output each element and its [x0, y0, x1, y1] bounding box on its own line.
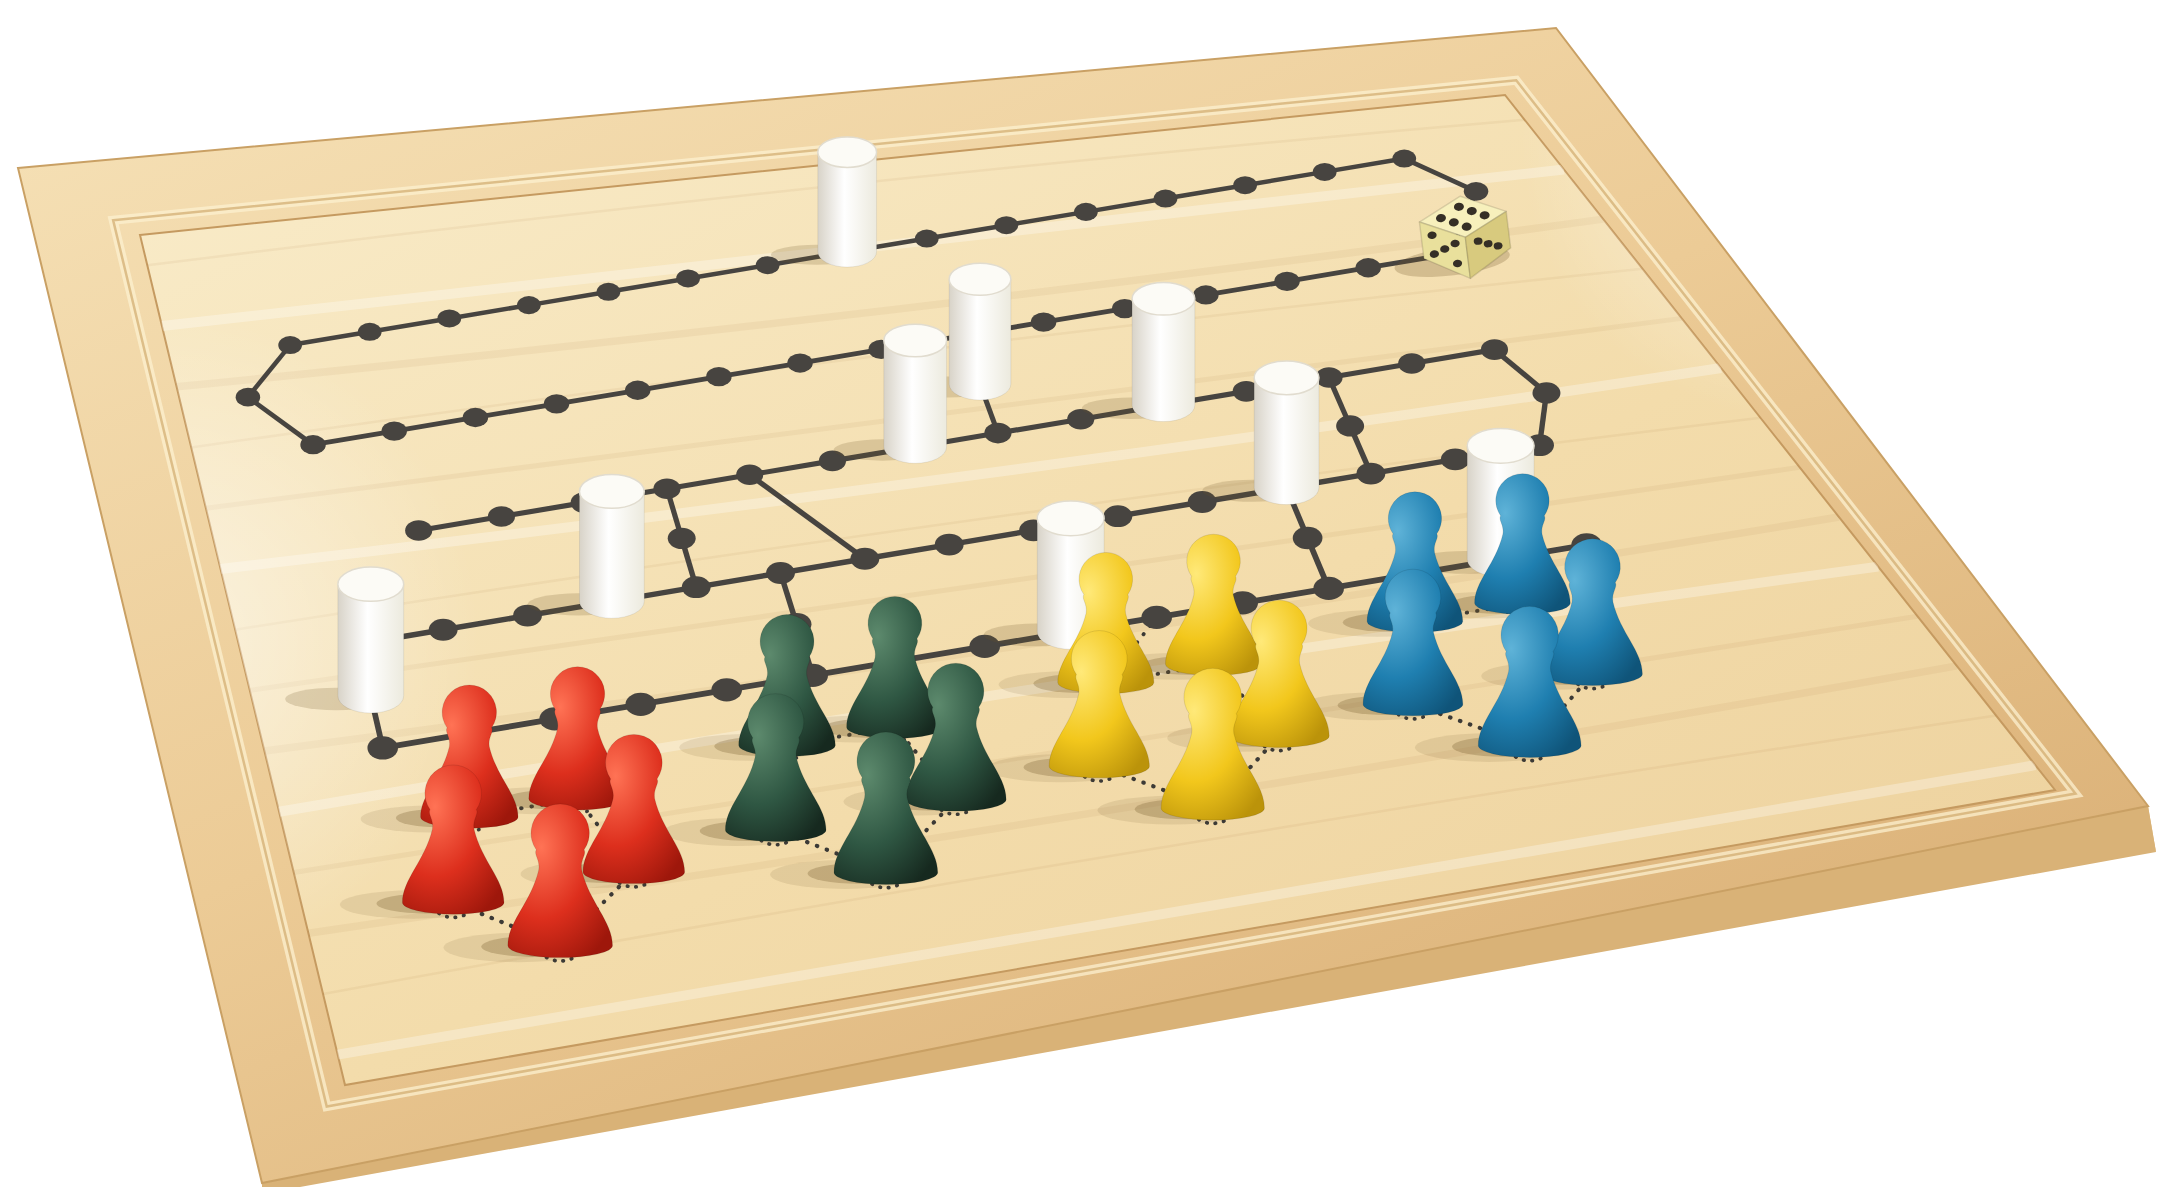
path-spot[interactable]: [236, 388, 260, 407]
path-spot[interactable]: [405, 520, 432, 541]
path-spot[interactable]: [984, 423, 1011, 444]
path-spot[interactable]: [1356, 463, 1385, 485]
path-spot[interactable]: [367, 736, 398, 759]
path-spot[interactable]: [1336, 415, 1364, 436]
path-spot[interactable]: [935, 534, 964, 556]
path-spot[interactable]: [278, 336, 302, 354]
path-spot[interactable]: [1532, 382, 1560, 403]
path-spot[interactable]: [706, 367, 731, 386]
path-spot[interactable]: [1154, 190, 1178, 208]
path-spot[interactable]: [766, 562, 795, 584]
path-spot[interactable]: [381, 421, 406, 440]
path-spot[interactable]: [1293, 527, 1323, 550]
path-spot[interactable]: [463, 408, 488, 427]
barricade-board[interactable]: [0, 0, 2164, 1187]
path-spot[interactable]: [1441, 448, 1470, 470]
path-spot[interactable]: [994, 216, 1018, 234]
path-spot[interactable]: [711, 678, 742, 701]
path-spot[interactable]: [676, 269, 700, 287]
path-spot[interactable]: [1103, 505, 1132, 527]
path-spot[interactable]: [597, 283, 621, 301]
path-spot[interactable]: [300, 435, 325, 454]
path-spot[interactable]: [1233, 176, 1257, 194]
path-spot[interactable]: [625, 693, 656, 716]
path-spot[interactable]: [787, 353, 812, 372]
path-spot[interactable]: [488, 506, 515, 527]
path-spot[interactable]: [358, 323, 382, 341]
path-spot[interactable]: [736, 465, 763, 486]
path-spot[interactable]: [1398, 353, 1425, 374]
path-spot[interactable]: [1274, 272, 1299, 291]
path-spot[interactable]: [429, 619, 458, 641]
path-spot[interactable]: [915, 230, 939, 248]
path-spot[interactable]: [1392, 150, 1416, 168]
path-spot[interactable]: [653, 478, 680, 499]
path-spot[interactable]: [1141, 606, 1172, 629]
path-spot[interactable]: [1193, 285, 1218, 304]
path-spot[interactable]: [1313, 577, 1344, 600]
path-spot[interactable]: [668, 528, 696, 549]
path-spot[interactable]: [437, 309, 461, 327]
path-spot[interactable]: [1031, 313, 1056, 332]
path-spot[interactable]: [1355, 258, 1380, 277]
path-spot[interactable]: [1313, 163, 1337, 181]
path-spot[interactable]: [1481, 339, 1508, 360]
path-spot[interactable]: [850, 548, 879, 570]
board-photo-scene: [0, 0, 2164, 1187]
path-spot[interactable]: [544, 394, 569, 413]
path-spot[interactable]: [517, 296, 541, 314]
path-spot[interactable]: [1074, 203, 1098, 221]
path-spot[interactable]: [625, 381, 650, 400]
path-spot[interactable]: [682, 576, 711, 598]
